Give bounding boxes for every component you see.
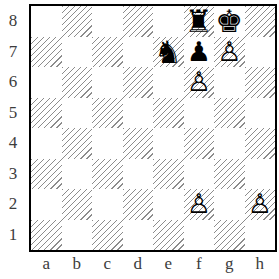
square-g8[interactable]: ♚ bbox=[214, 6, 245, 37]
square-h5[interactable] bbox=[245, 98, 276, 129]
square-g6[interactable] bbox=[214, 67, 245, 98]
file-label-e: e bbox=[153, 253, 184, 275]
square-d2[interactable] bbox=[123, 189, 154, 220]
square-e4[interactable] bbox=[153, 128, 184, 159]
black-pawn-f7[interactable]: ♟ bbox=[187, 37, 211, 68]
square-d6[interactable] bbox=[123, 67, 154, 98]
rank-label-8: 8 bbox=[2, 6, 24, 37]
square-c1[interactable] bbox=[92, 220, 123, 251]
square-c7[interactable] bbox=[92, 37, 123, 68]
square-c2[interactable] bbox=[92, 189, 123, 220]
rank-label-7: 7 bbox=[2, 37, 24, 68]
file-label-g: g bbox=[214, 253, 245, 275]
square-c6[interactable] bbox=[92, 67, 123, 98]
chess-diagram: 87654321 ♜♚♞♟♙♙♙♙ abcdefgh bbox=[0, 0, 279, 279]
square-c8[interactable] bbox=[92, 6, 123, 37]
black-knight-e7[interactable]: ♞ bbox=[154, 37, 182, 68]
square-b2[interactable] bbox=[62, 189, 93, 220]
square-d1[interactable] bbox=[123, 220, 154, 251]
file-label-f: f bbox=[184, 253, 215, 275]
square-a4[interactable] bbox=[31, 128, 62, 159]
square-a3[interactable] bbox=[31, 159, 62, 190]
square-h6[interactable] bbox=[245, 67, 276, 98]
square-a1[interactable] bbox=[31, 220, 62, 251]
square-e2[interactable] bbox=[153, 189, 184, 220]
chessboard: ♜♚♞♟♙♙♙♙ bbox=[29, 4, 277, 252]
square-d7[interactable] bbox=[123, 37, 154, 68]
file-label-d: d bbox=[123, 253, 154, 275]
rank-label-2: 2 bbox=[2, 189, 24, 220]
square-b7[interactable] bbox=[62, 37, 93, 68]
square-b1[interactable] bbox=[62, 220, 93, 251]
square-h7[interactable] bbox=[245, 37, 276, 68]
square-a5[interactable] bbox=[31, 98, 62, 129]
square-d8[interactable] bbox=[123, 6, 154, 37]
square-b3[interactable] bbox=[62, 159, 93, 190]
file-label-b: b bbox=[62, 253, 93, 275]
square-g3[interactable] bbox=[214, 159, 245, 190]
square-g7[interactable]: ♙ bbox=[214, 37, 245, 68]
square-f8[interactable]: ♜ bbox=[184, 6, 215, 37]
square-f3[interactable] bbox=[184, 159, 215, 190]
square-h8[interactable] bbox=[245, 6, 276, 37]
square-g1[interactable] bbox=[214, 220, 245, 251]
square-h2[interactable]: ♙ bbox=[245, 189, 276, 220]
square-h1[interactable] bbox=[245, 220, 276, 251]
rank-label-5: 5 bbox=[2, 98, 24, 129]
rank-label-3: 3 bbox=[2, 159, 24, 190]
white-pawn-h2[interactable]: ♙ bbox=[248, 189, 272, 220]
square-f2[interactable]: ♙ bbox=[184, 189, 215, 220]
square-c5[interactable] bbox=[92, 98, 123, 129]
square-b8[interactable] bbox=[62, 6, 93, 37]
rank-labels: 87654321 bbox=[2, 6, 24, 250]
rank-label-1: 1 bbox=[2, 220, 24, 251]
square-b5[interactable] bbox=[62, 98, 93, 129]
square-b4[interactable] bbox=[62, 128, 93, 159]
file-labels: abcdefgh bbox=[31, 253, 275, 275]
white-pawn-f6[interactable]: ♙ bbox=[187, 67, 211, 98]
file-label-h: h bbox=[245, 253, 276, 275]
square-f7[interactable]: ♟ bbox=[184, 37, 215, 68]
file-label-a: a bbox=[31, 253, 62, 275]
square-e7[interactable]: ♞ bbox=[153, 37, 184, 68]
square-h3[interactable] bbox=[245, 159, 276, 190]
rank-label-4: 4 bbox=[2, 128, 24, 159]
square-a6[interactable] bbox=[31, 67, 62, 98]
square-g2[interactable] bbox=[214, 189, 245, 220]
black-king-g8[interactable]: ♚ bbox=[215, 6, 243, 37]
square-f5[interactable] bbox=[184, 98, 215, 129]
square-b6[interactable] bbox=[62, 67, 93, 98]
white-pawn-f2[interactable]: ♙ bbox=[187, 189, 211, 220]
square-d3[interactable] bbox=[123, 159, 154, 190]
square-f6[interactable]: ♙ bbox=[184, 67, 215, 98]
square-e8[interactable] bbox=[153, 6, 184, 37]
square-e6[interactable] bbox=[153, 67, 184, 98]
square-g4[interactable] bbox=[214, 128, 245, 159]
square-c4[interactable] bbox=[92, 128, 123, 159]
square-e5[interactable] bbox=[153, 98, 184, 129]
square-d4[interactable] bbox=[123, 128, 154, 159]
square-a2[interactable] bbox=[31, 189, 62, 220]
square-a7[interactable] bbox=[31, 37, 62, 68]
square-a8[interactable] bbox=[31, 6, 62, 37]
rank-label-6: 6 bbox=[2, 67, 24, 98]
square-f1[interactable] bbox=[184, 220, 215, 251]
white-pawn-g7[interactable]: ♙ bbox=[217, 37, 241, 68]
square-d5[interactable] bbox=[123, 98, 154, 129]
file-label-c: c bbox=[92, 253, 123, 275]
black-rook-f8[interactable]: ♜ bbox=[185, 6, 213, 37]
square-h4[interactable] bbox=[245, 128, 276, 159]
square-g5[interactable] bbox=[214, 98, 245, 129]
square-e1[interactable] bbox=[153, 220, 184, 251]
square-e3[interactable] bbox=[153, 159, 184, 190]
square-f4[interactable] bbox=[184, 128, 215, 159]
square-c3[interactable] bbox=[92, 159, 123, 190]
